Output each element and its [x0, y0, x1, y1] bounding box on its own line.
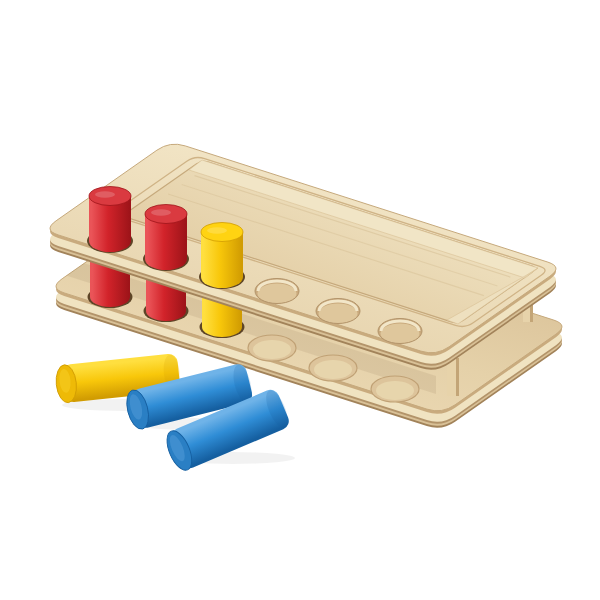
standing-peg-red-1[interactable] — [89, 187, 131, 253]
base-seat-6[interactable] — [371, 376, 419, 402]
peg-board-scene — [0, 0, 600, 600]
base-seat-5[interactable] — [309, 355, 357, 381]
base-seat-4[interactable] — [248, 335, 296, 361]
standing-peg-yellow-3[interactable] — [201, 223, 243, 289]
peg-board-photo — [0, 0, 600, 600]
leg-post-shade — [456, 358, 459, 396]
peg-hole-6[interactable] — [378, 319, 422, 344]
peg-hole-4[interactable] — [255, 279, 299, 304]
peg-hole-5[interactable] — [316, 299, 360, 324]
standing-peg-red-2[interactable] — [145, 205, 187, 271]
